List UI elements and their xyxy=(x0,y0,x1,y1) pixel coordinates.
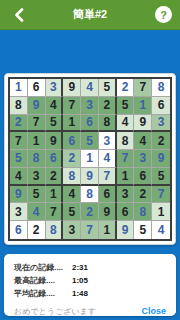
cell-digit: 5 xyxy=(103,81,110,93)
close-button[interactable]: Close xyxy=(141,306,166,316)
cell-r6c3[interactable]: 2 xyxy=(46,168,64,186)
cell-r8c9[interactable]: 1 xyxy=(152,203,170,221)
cell-digit: 5 xyxy=(50,116,57,128)
cell-digit: 1 xyxy=(139,99,146,111)
cell-digit: 4 xyxy=(68,188,75,200)
cell-digit: 3 xyxy=(158,116,165,128)
cell-r3c2[interactable]: 7 xyxy=(28,115,46,133)
record-current: 現在の記録.... 2:31 xyxy=(14,262,166,273)
cell-digit: 6 xyxy=(139,170,146,182)
cell-digit: 7 xyxy=(139,81,146,93)
cell-r3c8[interactable]: 9 xyxy=(134,115,152,133)
record-current-value: 2:31 xyxy=(72,263,88,272)
cell-digit: 9 xyxy=(103,206,110,218)
cell-r1c5[interactable]: 4 xyxy=(81,79,99,97)
cell-r5c8[interactable]: 3 xyxy=(134,150,152,168)
cell-r5c3[interactable]: 6 xyxy=(46,150,64,168)
cell-r9c4[interactable]: 3 xyxy=(63,221,81,239)
cell-r7c8[interactable]: 2 xyxy=(134,186,152,204)
cell-r5c5[interactable]: 1 xyxy=(81,150,99,168)
sudoku-grid: 1639452788947325162751684937196538425862… xyxy=(8,77,172,241)
cell-r2c9[interactable]: 6 xyxy=(152,97,170,115)
cell-r7c9[interactable]: 7 xyxy=(152,186,170,204)
cell-digit: 9 xyxy=(33,99,40,111)
cell-digit: 1 xyxy=(68,116,75,128)
cell-r4c9[interactable]: 2 xyxy=(152,132,170,150)
cell-digit: 2 xyxy=(15,116,22,128)
cell-digit: 6 xyxy=(68,135,75,147)
cell-r6c2[interactable]: 3 xyxy=(28,168,46,186)
cell-r2c5[interactable]: 3 xyxy=(81,97,99,115)
cell-digit: 7 xyxy=(158,188,165,200)
cell-r3c1[interactable]: 2 xyxy=(10,115,28,133)
cell-r3c9[interactable]: 3 xyxy=(152,115,170,133)
cell-digit: 9 xyxy=(158,152,165,164)
cell-digit: 8 xyxy=(15,99,22,111)
cell-r6c9[interactable]: 5 xyxy=(152,168,170,186)
cell-r1c3[interactable]: 3 xyxy=(46,79,64,97)
cell-r7c7[interactable]: 3 xyxy=(117,186,135,204)
cell-r2c4[interactable]: 7 xyxy=(63,97,81,115)
cell-r9c3[interactable]: 8 xyxy=(46,221,64,239)
cell-digit: 6 xyxy=(103,188,110,200)
cell-digit: 4 xyxy=(103,152,110,164)
cell-digit: 7 xyxy=(103,170,110,182)
cell-r5c2[interactable]: 8 xyxy=(28,150,46,168)
chevron-left-icon xyxy=(14,8,24,22)
cell-digit: 7 xyxy=(122,152,129,164)
cell-digit: 3 xyxy=(103,135,110,147)
app-header: 簡単#2 ? xyxy=(0,0,180,30)
cell-r8c3[interactable]: 7 xyxy=(46,203,64,221)
cell-r4c5[interactable]: 5 xyxy=(81,132,99,150)
cell-r3c7[interactable]: 4 xyxy=(117,115,135,133)
record-average-value: 1:48 xyxy=(72,289,88,298)
cell-r5c1[interactable]: 5 xyxy=(10,150,28,168)
cell-r6c4[interactable]: 8 xyxy=(63,168,81,186)
cell-r8c2[interactable]: 4 xyxy=(28,203,46,221)
cell-digit: 4 xyxy=(15,170,22,182)
cell-digit: 5 xyxy=(122,99,129,111)
cell-r4c3[interactable]: 9 xyxy=(46,132,64,150)
cell-digit: 8 xyxy=(33,152,40,164)
cell-digit: 6 xyxy=(50,152,57,164)
cell-digit: 8 xyxy=(103,116,110,128)
cell-digit: 2 xyxy=(139,188,146,200)
cell-digit: 2 xyxy=(33,224,40,236)
cell-digit: 9 xyxy=(68,81,75,93)
cell-digit: 8 xyxy=(139,206,146,218)
cell-digit: 5 xyxy=(139,224,146,236)
cell-r5c9[interactable]: 9 xyxy=(152,150,170,168)
cell-digit: 1 xyxy=(86,152,93,164)
cell-digit: 5 xyxy=(68,206,75,218)
cell-digit: 2 xyxy=(122,81,129,93)
record-current-label: 現在の記録.... xyxy=(14,262,72,273)
cell-r7c5[interactable]: 8 xyxy=(81,186,99,204)
cell-digit: 6 xyxy=(15,224,22,236)
cell-digit: 2 xyxy=(50,170,57,182)
cell-r9c2[interactable]: 2 xyxy=(28,221,46,239)
cell-r2c6[interactable]: 2 xyxy=(99,97,117,115)
cell-digit: 9 xyxy=(86,170,93,182)
record-best: 最高記録.... 1:05 xyxy=(14,275,166,286)
cell-r5c6[interactable]: 4 xyxy=(99,150,117,168)
cell-r1c1[interactable]: 1 xyxy=(10,79,28,97)
cell-r8c1[interactable]: 3 xyxy=(10,203,28,221)
cell-digit: 4 xyxy=(122,116,129,128)
back-button[interactable] xyxy=(8,4,30,26)
cell-r2c7[interactable]: 5 xyxy=(117,97,135,115)
cell-digit: 4 xyxy=(50,99,57,111)
cell-digit: 8 xyxy=(122,135,129,147)
cell-digit: 1 xyxy=(122,170,129,182)
cell-r5c7[interactable]: 7 xyxy=(117,150,135,168)
cell-r4c4[interactable]: 6 xyxy=(63,132,81,150)
cell-r3c6[interactable]: 8 xyxy=(99,115,117,133)
cell-r6c1[interactable]: 4 xyxy=(10,168,28,186)
cell-digit: 3 xyxy=(33,170,40,182)
cell-r1c8[interactable]: 7 xyxy=(134,79,152,97)
cell-r1c6[interactable]: 5 xyxy=(99,79,117,97)
cell-r5c4[interactable]: 2 xyxy=(63,150,81,168)
cell-digit: 8 xyxy=(158,81,165,93)
cell-digit: 6 xyxy=(122,206,129,218)
cell-digit: 2 xyxy=(158,135,165,147)
results-panel: 現在の記録.... 2:31 最高記録.... 1:05 平均記録.... 1:… xyxy=(4,254,176,316)
cell-digit: 7 xyxy=(15,135,22,147)
help-button[interactable]: ? xyxy=(155,6,172,23)
cell-digit: 8 xyxy=(86,188,93,200)
cell-digit: 3 xyxy=(15,206,22,218)
cell-r8c4[interactable]: 5 xyxy=(63,203,81,221)
cell-r6c6[interactable]: 7 xyxy=(99,168,117,186)
cell-r1c2[interactable]: 6 xyxy=(28,79,46,97)
record-best-value: 1:05 xyxy=(72,276,88,285)
cell-digit: 7 xyxy=(68,99,75,111)
cell-digit: 4 xyxy=(86,81,93,93)
cell-r3c5[interactable]: 6 xyxy=(81,115,99,133)
cell-r9c8[interactable]: 5 xyxy=(134,221,152,239)
cell-digit: 1 xyxy=(158,206,165,218)
congrats-text: おめでとうございます xyxy=(14,306,96,317)
cell-digit: 5 xyxy=(158,170,165,182)
cell-digit: 2 xyxy=(68,152,75,164)
cell-digit: 8 xyxy=(50,224,57,236)
cell-r1c9[interactable]: 8 xyxy=(152,79,170,97)
cell-digit: 6 xyxy=(86,116,93,128)
cell-r3c4[interactable]: 1 xyxy=(63,115,81,133)
cell-digit: 5 xyxy=(33,188,40,200)
cell-digit: 1 xyxy=(103,224,110,236)
cell-r2c1[interactable]: 8 xyxy=(10,97,28,115)
cell-digit: 4 xyxy=(158,224,165,236)
cell-r7c2[interactable]: 5 xyxy=(28,186,46,204)
cell-r2c3[interactable]: 4 xyxy=(46,97,64,115)
cell-r9c9[interactable]: 4 xyxy=(152,221,170,239)
cell-digit: 4 xyxy=(139,135,146,147)
sudoku-board-card: 1639452788947325162751684937196538425862… xyxy=(4,73,176,245)
cell-r9c1[interactable]: 6 xyxy=(10,221,28,239)
cell-digit: 5 xyxy=(15,152,22,164)
cell-digit: 3 xyxy=(68,224,75,236)
cell-r2c8[interactable]: 1 xyxy=(134,97,152,115)
cell-r6c5[interactable]: 9 xyxy=(81,168,99,186)
question-mark-icon: ? xyxy=(160,9,167,21)
cell-r9c6[interactable]: 1 xyxy=(99,221,117,239)
cell-r7c1[interactable]: 9 xyxy=(10,186,28,204)
cell-digit: 7 xyxy=(86,224,93,236)
results-footer: おめでとうございます Close xyxy=(14,306,166,317)
cell-r4c1[interactable]: 7 xyxy=(10,132,28,150)
cell-digit: 7 xyxy=(50,206,57,218)
cell-r4c6[interactable]: 3 xyxy=(99,132,117,150)
cell-digit: 2 xyxy=(103,99,110,111)
record-best-label: 最高記録.... xyxy=(14,275,72,286)
cell-digit: 5 xyxy=(86,135,93,147)
cell-r9c5[interactable]: 7 xyxy=(81,221,99,239)
cell-r6c7[interactable]: 1 xyxy=(117,168,135,186)
cell-r8c6[interactable]: 9 xyxy=(99,203,117,221)
cell-r6c8[interactable]: 6 xyxy=(134,168,152,186)
cell-digit: 1 xyxy=(15,81,22,93)
cell-digit: 9 xyxy=(139,116,146,128)
cell-digit: 3 xyxy=(139,152,146,164)
cell-digit: 9 xyxy=(122,224,129,236)
cell-digit: 1 xyxy=(33,135,40,147)
cell-digit: 6 xyxy=(33,81,40,93)
cell-r4c8[interactable]: 4 xyxy=(134,132,152,150)
cell-digit: 9 xyxy=(15,188,22,200)
cell-digit: 3 xyxy=(50,81,57,93)
cell-r9c7[interactable]: 9 xyxy=(117,221,135,239)
cell-digit: 3 xyxy=(122,188,129,200)
cell-r4c7[interactable]: 8 xyxy=(117,132,135,150)
cell-r7c3[interactable]: 1 xyxy=(46,186,64,204)
cell-digit: 6 xyxy=(158,99,165,111)
cell-r8c8[interactable]: 8 xyxy=(134,203,152,221)
cell-digit: 7 xyxy=(33,116,40,128)
cell-digit: 4 xyxy=(33,206,40,218)
cell-r8c5[interactable]: 2 xyxy=(81,203,99,221)
cell-r4c2[interactable]: 1 xyxy=(28,132,46,150)
cell-r3c3[interactable]: 5 xyxy=(46,115,64,133)
record-average: 平均記録.... 1:48 xyxy=(14,288,166,299)
cell-digit: 8 xyxy=(68,170,75,182)
cell-r1c7[interactable]: 2 xyxy=(117,79,135,97)
cell-r7c6[interactable]: 6 xyxy=(99,186,117,204)
cell-r8c7[interactable]: 6 xyxy=(117,203,135,221)
cell-digit: 9 xyxy=(50,135,57,147)
cell-r1c4[interactable]: 9 xyxy=(63,79,81,97)
cell-r7c4[interactable]: 4 xyxy=(63,186,81,204)
cell-r2c2[interactable]: 9 xyxy=(28,97,46,115)
record-average-label: 平均記録.... xyxy=(14,288,72,299)
cell-digit: 3 xyxy=(86,99,93,111)
cell-digit: 1 xyxy=(50,188,57,200)
cell-digit: 2 xyxy=(86,206,93,218)
